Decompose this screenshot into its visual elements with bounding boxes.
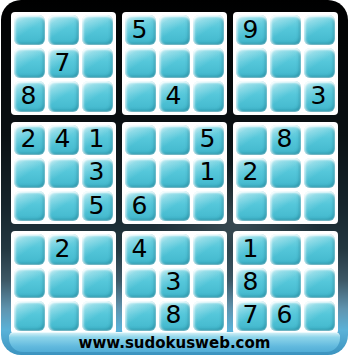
cell-r9c8[interactable]: 6	[270, 301, 301, 331]
given-digit: 4	[132, 236, 148, 261]
cell-r8c5[interactable]: 3	[159, 268, 190, 298]
given-digit: 4	[55, 126, 71, 151]
cell-r6c3[interactable]: 5	[82, 191, 113, 221]
cell-r1c6[interactable]	[193, 15, 224, 45]
sudoku-board: 785493241355168224381876	[11, 12, 338, 334]
given-digit: 5	[89, 193, 105, 218]
cell-r7c2[interactable]: 2	[48, 234, 79, 264]
cell-r9c7[interactable]: 7	[236, 301, 267, 331]
given-digit: 1	[89, 126, 105, 151]
cell-r6c1[interactable]	[14, 191, 45, 221]
footer-band: www.sudokusweb.com	[9, 332, 340, 352]
cell-r5c8[interactable]	[270, 158, 301, 188]
cell-r7c1[interactable]	[14, 234, 45, 264]
given-digit: 7	[55, 50, 71, 75]
cell-r4c6[interactable]: 5	[193, 125, 224, 155]
cell-r8c4[interactable]	[125, 268, 156, 298]
box-2-2: 516	[122, 122, 227, 225]
cell-r1c3[interactable]	[82, 15, 113, 45]
cell-r9c5[interactable]: 8	[159, 301, 190, 331]
cell-r1c5[interactable]	[159, 15, 190, 45]
cell-r2c5[interactable]	[159, 48, 190, 78]
given-digit: 3	[89, 159, 105, 184]
given-digit: 8	[21, 83, 37, 108]
box-2-3: 82	[233, 122, 338, 225]
cell-r5c1[interactable]	[14, 158, 45, 188]
cell-r9c6[interactable]	[193, 301, 224, 331]
box-3-1: 2	[11, 231, 116, 334]
cell-r5c2[interactable]	[48, 158, 79, 188]
cell-r6c5[interactable]	[159, 191, 190, 221]
cell-r2c1[interactable]	[14, 48, 45, 78]
cell-r7c4[interactable]: 4	[125, 234, 156, 264]
cell-r9c9[interactable]	[304, 301, 335, 331]
given-digit: 4	[166, 83, 182, 108]
cell-r4c7[interactable]	[236, 125, 267, 155]
cell-r5c4[interactable]	[125, 158, 156, 188]
cell-r3c9[interactable]: 3	[304, 81, 335, 111]
cell-r4c9[interactable]	[304, 125, 335, 155]
cell-r8c1[interactable]	[14, 268, 45, 298]
box-1-1: 78	[11, 12, 116, 115]
cell-r3c5[interactable]: 4	[159, 81, 190, 111]
cell-r4c8[interactable]: 8	[270, 125, 301, 155]
cell-r7c5[interactable]	[159, 234, 190, 264]
cell-r6c9[interactable]	[304, 191, 335, 221]
website-url: www.sudokusweb.com	[79, 334, 271, 352]
cell-r1c2[interactable]	[48, 15, 79, 45]
cell-r8c7[interactable]: 8	[236, 268, 267, 298]
cell-r6c8[interactable]	[270, 191, 301, 221]
cell-r4c2[interactable]: 4	[48, 125, 79, 155]
cell-r7c3[interactable]	[82, 234, 113, 264]
cell-r6c7[interactable]	[236, 191, 267, 221]
cell-r2c8[interactable]	[270, 48, 301, 78]
cell-r4c5[interactable]	[159, 125, 190, 155]
cell-r7c9[interactable]	[304, 234, 335, 264]
cell-r2c7[interactable]	[236, 48, 267, 78]
cell-r6c2[interactable]	[48, 191, 79, 221]
box-1-2: 54	[122, 12, 227, 115]
cell-r8c6[interactable]	[193, 268, 224, 298]
cell-r2c2[interactable]: 7	[48, 48, 79, 78]
cell-r9c3[interactable]	[82, 301, 113, 331]
puzzle-card: 785493241355168224381876 www.sudokusweb.…	[1, 0, 348, 355]
cell-r4c1[interactable]: 2	[14, 125, 45, 155]
given-digit: 3	[166, 269, 182, 294]
cell-r6c4[interactable]: 6	[125, 191, 156, 221]
cell-r8c8[interactable]	[270, 268, 301, 298]
given-digit: 6	[132, 193, 148, 218]
given-digit: 2	[55, 236, 71, 261]
cell-r2c3[interactable]	[82, 48, 113, 78]
cell-r3c7[interactable]	[236, 81, 267, 111]
given-digit: 2	[21, 126, 37, 151]
cell-r2c6[interactable]	[193, 48, 224, 78]
cell-r9c4[interactable]	[125, 301, 156, 331]
cell-r6c6[interactable]	[193, 191, 224, 221]
given-digit: 8	[243, 269, 259, 294]
cell-r4c4[interactable]	[125, 125, 156, 155]
cell-r8c9[interactable]	[304, 268, 335, 298]
cell-r4c3[interactable]: 1	[82, 125, 113, 155]
given-digit: 5	[200, 126, 216, 151]
cell-r7c6[interactable]	[193, 234, 224, 264]
cell-r3c8[interactable]	[270, 81, 301, 111]
cell-r1c1[interactable]	[14, 15, 45, 45]
cell-r2c9[interactable]	[304, 48, 335, 78]
cell-r5c6[interactable]: 1	[193, 158, 224, 188]
cell-r8c2[interactable]	[48, 268, 79, 298]
cell-r9c1[interactable]	[14, 301, 45, 331]
cell-r2c4[interactable]	[125, 48, 156, 78]
cell-r5c9[interactable]	[304, 158, 335, 188]
cell-r8c3[interactable]	[82, 268, 113, 298]
cell-r5c7[interactable]: 2	[236, 158, 267, 188]
cell-r1c4[interactable]: 5	[125, 15, 156, 45]
given-digit: 6	[277, 302, 293, 327]
given-digit: 3	[311, 83, 327, 108]
given-digit: 8	[166, 302, 182, 327]
box-2-1: 24135	[11, 122, 116, 225]
box-1-3: 93	[233, 12, 338, 115]
box-3-3: 1876	[233, 231, 338, 334]
given-digit: 1	[200, 159, 216, 184]
given-digit: 1	[243, 236, 259, 261]
given-digit: 2	[243, 159, 259, 184]
cell-r1c9[interactable]	[304, 15, 335, 45]
page: { "game": "sudoku", "position": "...5..9…	[0, 0, 350, 360]
box-3-2: 438	[122, 231, 227, 334]
cell-r3c4[interactable]	[125, 81, 156, 111]
given-digit: 9	[243, 17, 259, 42]
cell-r3c1[interactable]: 8	[14, 81, 45, 111]
cell-r7c8[interactable]	[270, 234, 301, 264]
cell-r1c8[interactable]	[270, 15, 301, 45]
given-digit: 7	[243, 302, 259, 327]
cell-r3c2[interactable]	[48, 81, 79, 111]
cell-r3c3[interactable]	[82, 81, 113, 111]
cell-r5c5[interactable]	[159, 158, 190, 188]
cell-r5c3[interactable]: 3	[82, 158, 113, 188]
cell-r1c7[interactable]: 9	[236, 15, 267, 45]
given-digit: 5	[132, 17, 148, 42]
cell-r3c6[interactable]	[193, 81, 224, 111]
given-digit: 8	[277, 126, 293, 151]
cell-r9c2[interactable]	[48, 301, 79, 331]
cell-r7c7[interactable]: 1	[236, 234, 267, 264]
